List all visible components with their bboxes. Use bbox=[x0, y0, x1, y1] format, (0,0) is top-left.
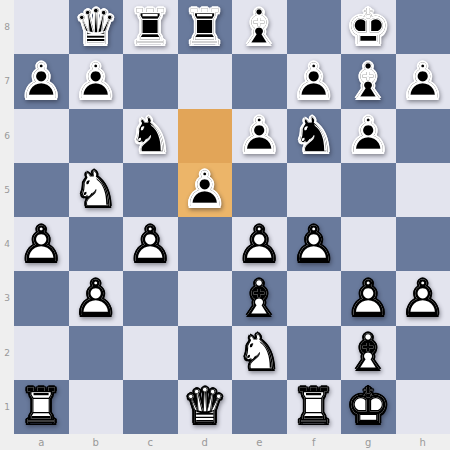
square-f3[interactable] bbox=[287, 271, 342, 325]
square-e5[interactable] bbox=[232, 163, 287, 217]
black-pawn-detail: ♙ bbox=[287, 54, 342, 108]
white-knight-glyph: ♞ bbox=[69, 163, 124, 217]
black-knight-glyph: ♞ bbox=[123, 109, 178, 163]
black-rook-glyph: ♜ bbox=[178, 0, 233, 54]
square-b4[interactable] bbox=[69, 217, 124, 271]
square-d2[interactable] bbox=[178, 326, 233, 380]
square-d1[interactable]: ♛♕ bbox=[178, 380, 233, 434]
white-pawn[interactable]: ♟♙ bbox=[14, 217, 69, 271]
square-c4[interactable]: ♟♙ bbox=[123, 217, 178, 271]
white-pawn[interactable]: ♟♙ bbox=[287, 217, 342, 271]
file-label-c: c bbox=[123, 434, 178, 450]
black-king-detail: ♔ bbox=[341, 0, 396, 54]
black-bishop[interactable]: ♝♗ bbox=[341, 54, 396, 108]
black-bishop-detail: ♗ bbox=[232, 0, 287, 54]
square-g4[interactable] bbox=[341, 217, 396, 271]
white-queen[interactable]: ♛♕ bbox=[178, 380, 233, 434]
square-a7[interactable]: ♟♙ bbox=[14, 54, 69, 108]
square-a6[interactable] bbox=[14, 109, 69, 163]
square-g8[interactable]: ♚♔ bbox=[341, 0, 396, 54]
black-rook-detail: ♖ bbox=[123, 0, 178, 54]
square-e4[interactable]: ♟♙ bbox=[232, 217, 287, 271]
white-pawn-glyph: ♟ bbox=[341, 271, 396, 325]
square-a2[interactable] bbox=[14, 326, 69, 380]
white-pawn-glyph: ♟ bbox=[232, 217, 287, 271]
square-f8[interactable] bbox=[287, 0, 342, 54]
white-rook-glyph: ♜ bbox=[287, 380, 342, 434]
black-pawn[interactable]: ♟♙ bbox=[287, 54, 342, 108]
square-b2[interactable] bbox=[69, 326, 124, 380]
square-h3[interactable]: ♟♙ bbox=[396, 271, 450, 325]
square-a1[interactable]: ♜♖ bbox=[14, 380, 69, 434]
black-bishop-glyph: ♝ bbox=[232, 0, 287, 54]
white-knight[interactable]: ♞♘ bbox=[69, 163, 124, 217]
white-pawn[interactable]: ♟♙ bbox=[232, 217, 287, 271]
black-rook[interactable]: ♜♖ bbox=[178, 0, 233, 54]
black-bishop-detail: ♗ bbox=[341, 54, 396, 108]
square-d7[interactable] bbox=[178, 54, 233, 108]
white-knight-glyph: ♞ bbox=[232, 326, 287, 380]
black-knight-glyph: ♞ bbox=[287, 109, 342, 163]
black-queen-detail: ♕ bbox=[69, 0, 124, 54]
rank-label-3: 3 bbox=[0, 271, 14, 325]
square-h5[interactable] bbox=[396, 163, 450, 217]
square-h8[interactable] bbox=[396, 0, 450, 54]
white-knight[interactable]: ♞♘ bbox=[232, 326, 287, 380]
black-queen[interactable]: ♛♕ bbox=[69, 0, 124, 54]
square-g5[interactable] bbox=[341, 163, 396, 217]
square-c5[interactable] bbox=[123, 163, 178, 217]
white-pawn-glyph: ♟ bbox=[14, 217, 69, 271]
file-label-d: d bbox=[178, 434, 233, 450]
square-b7[interactable]: ♟♙ bbox=[69, 54, 124, 108]
white-rook[interactable]: ♜♖ bbox=[287, 380, 342, 434]
square-b3[interactable]: ♟♙ bbox=[69, 271, 124, 325]
square-d5[interactable]: ♟♙ bbox=[178, 163, 233, 217]
black-pawn-detail: ♙ bbox=[232, 109, 287, 163]
square-c3[interactable] bbox=[123, 271, 178, 325]
black-pawn[interactable]: ♟♙ bbox=[341, 109, 396, 163]
black-rook[interactable]: ♜♖ bbox=[123, 0, 178, 54]
white-pawn-glyph: ♟ bbox=[123, 217, 178, 271]
square-a5[interactable] bbox=[14, 163, 69, 217]
square-f4[interactable]: ♟♙ bbox=[287, 217, 342, 271]
white-bishop-glyph: ♝ bbox=[341, 326, 396, 380]
square-g1[interactable]: ♚♔ bbox=[341, 380, 396, 434]
square-h7[interactable]: ♟♙ bbox=[396, 54, 450, 108]
black-pawn[interactable]: ♟♙ bbox=[396, 54, 450, 108]
square-a4[interactable]: ♟♙ bbox=[14, 217, 69, 271]
square-e6[interactable]: ♟♙ bbox=[232, 109, 287, 163]
square-e8[interactable]: ♝♗ bbox=[232, 0, 287, 54]
black-pawn-glyph: ♟ bbox=[178, 163, 233, 217]
white-king-detail: ♔ bbox=[341, 380, 396, 434]
white-queen-glyph: ♛ bbox=[178, 380, 233, 434]
black-pawn-glyph: ♟ bbox=[287, 54, 342, 108]
square-f7[interactable]: ♟♙ bbox=[287, 54, 342, 108]
file-label-f: f bbox=[287, 434, 342, 450]
square-b8[interactable]: ♛♕ bbox=[69, 0, 124, 54]
black-pawn-detail: ♙ bbox=[178, 163, 233, 217]
white-pawn-detail: ♙ bbox=[69, 271, 124, 325]
white-rook-glyph: ♜ bbox=[14, 380, 69, 434]
white-bishop[interactable]: ♝♗ bbox=[341, 326, 396, 380]
file-label-b: b bbox=[69, 434, 124, 450]
black-pawn[interactable]: ♟♙ bbox=[14, 54, 69, 108]
black-pawn-glyph: ♟ bbox=[232, 109, 287, 163]
white-bishop-detail: ♗ bbox=[341, 326, 396, 380]
file-labels: abcdefgh bbox=[14, 434, 450, 450]
white-pawn-detail: ♙ bbox=[14, 217, 69, 271]
rank-label-4: 4 bbox=[0, 217, 14, 271]
white-bishop-glyph: ♝ bbox=[232, 271, 287, 325]
black-pawn-glyph: ♟ bbox=[69, 54, 124, 108]
chess-board: ♛♕♜♖♜♖♝♗♚♔♟♙♟♙♟♙♝♗♟♙♞♘♟♙♞♘♟♙♞♘♟♙♟♙♟♙♟♙♟♙… bbox=[14, 0, 450, 434]
square-c7[interactable] bbox=[123, 54, 178, 108]
white-pawn-detail: ♙ bbox=[396, 271, 450, 325]
file-label-a: a bbox=[14, 434, 69, 450]
white-knight-detail: ♘ bbox=[232, 326, 287, 380]
square-a8[interactable] bbox=[14, 0, 69, 54]
square-h1[interactable] bbox=[396, 380, 450, 434]
white-king-glyph: ♚ bbox=[341, 380, 396, 434]
square-c2[interactable] bbox=[123, 326, 178, 380]
white-bishop-detail: ♗ bbox=[232, 271, 287, 325]
square-b6[interactable] bbox=[69, 109, 124, 163]
white-rook-detail: ♖ bbox=[14, 380, 69, 434]
white-pawn-glyph: ♟ bbox=[396, 271, 450, 325]
black-knight[interactable]: ♞♘ bbox=[123, 109, 178, 163]
square-e2[interactable]: ♞♘ bbox=[232, 326, 287, 380]
black-rook-glyph: ♜ bbox=[123, 0, 178, 54]
square-h4[interactable] bbox=[396, 217, 450, 271]
square-h6[interactable] bbox=[396, 109, 450, 163]
square-d8[interactable]: ♜♖ bbox=[178, 0, 233, 54]
square-e1[interactable] bbox=[232, 380, 287, 434]
white-pawn-detail: ♙ bbox=[123, 217, 178, 271]
black-pawn-glyph: ♟ bbox=[341, 109, 396, 163]
black-knight[interactable]: ♞♘ bbox=[287, 109, 342, 163]
white-king[interactable]: ♚♔ bbox=[341, 380, 396, 434]
square-c1[interactable] bbox=[123, 380, 178, 434]
square-g7[interactable]: ♝♗ bbox=[341, 54, 396, 108]
white-pawn[interactable]: ♟♙ bbox=[341, 271, 396, 325]
square-d6[interactable] bbox=[178, 109, 233, 163]
file-label-g: g bbox=[341, 434, 396, 450]
white-pawn[interactable]: ♟♙ bbox=[396, 271, 450, 325]
square-h2[interactable] bbox=[396, 326, 450, 380]
rank-label-6: 6 bbox=[0, 109, 14, 163]
rank-labels: 87654321 bbox=[0, 0, 14, 434]
black-pawn-glyph: ♟ bbox=[396, 54, 450, 108]
black-pawn-glyph: ♟ bbox=[14, 54, 69, 108]
square-e3[interactable]: ♝♗ bbox=[232, 271, 287, 325]
square-f5[interactable] bbox=[287, 163, 342, 217]
white-knight-detail: ♘ bbox=[69, 163, 124, 217]
square-d4[interactable] bbox=[178, 217, 233, 271]
black-pawn[interactable]: ♟♙ bbox=[69, 54, 124, 108]
white-pawn-detail: ♙ bbox=[232, 217, 287, 271]
square-d3[interactable] bbox=[178, 271, 233, 325]
square-g3[interactable]: ♟♙ bbox=[341, 271, 396, 325]
white-pawn-glyph: ♟ bbox=[69, 271, 124, 325]
square-b5[interactable]: ♞♘ bbox=[69, 163, 124, 217]
white-bishop[interactable]: ♝♗ bbox=[232, 271, 287, 325]
square-a3[interactable] bbox=[14, 271, 69, 325]
white-rook-detail: ♖ bbox=[287, 380, 342, 434]
black-king-glyph: ♚ bbox=[341, 0, 396, 54]
square-f2[interactable] bbox=[287, 326, 342, 380]
black-pawn[interactable]: ♟♙ bbox=[178, 163, 233, 217]
white-pawn[interactable]: ♟♙ bbox=[69, 271, 124, 325]
white-pawn-glyph: ♟ bbox=[287, 217, 342, 271]
rank-label-8: 8 bbox=[0, 0, 14, 54]
white-pawn-detail: ♙ bbox=[341, 271, 396, 325]
black-pawn[interactable]: ♟♙ bbox=[232, 109, 287, 163]
rank-label-7: 7 bbox=[0, 54, 14, 108]
square-c6[interactable]: ♞♘ bbox=[123, 109, 178, 163]
square-g2[interactable]: ♝♗ bbox=[341, 326, 396, 380]
rank-label-2: 2 bbox=[0, 326, 14, 380]
file-label-h: h bbox=[396, 434, 450, 450]
square-f1[interactable]: ♜♖ bbox=[287, 380, 342, 434]
black-bishop-glyph: ♝ bbox=[341, 54, 396, 108]
black-pawn-detail: ♙ bbox=[14, 54, 69, 108]
white-pawn[interactable]: ♟♙ bbox=[123, 217, 178, 271]
file-label-e: e bbox=[232, 434, 287, 450]
black-pawn-detail: ♙ bbox=[396, 54, 450, 108]
black-queen-glyph: ♛ bbox=[69, 0, 124, 54]
black-pawn-detail: ♙ bbox=[341, 109, 396, 163]
white-rook[interactable]: ♜♖ bbox=[14, 380, 69, 434]
black-knight-detail: ♘ bbox=[287, 109, 342, 163]
square-b1[interactable] bbox=[69, 380, 124, 434]
black-king[interactable]: ♚♔ bbox=[341, 0, 396, 54]
black-pawn-detail: ♙ bbox=[69, 54, 124, 108]
square-g6[interactable]: ♟♙ bbox=[341, 109, 396, 163]
white-pawn-detail: ♙ bbox=[287, 217, 342, 271]
rank-label-1: 1 bbox=[0, 380, 14, 434]
rank-label-5: 5 bbox=[0, 163, 14, 217]
chess-app: 87654321 ♛♕♜♖♜♖♝♗♚♔♟♙♟♙♟♙♝♗♟♙♞♘♟♙♞♘♟♙♞♘♟… bbox=[0, 0, 450, 450]
black-rook-detail: ♖ bbox=[178, 0, 233, 54]
square-f6[interactable]: ♞♘ bbox=[287, 109, 342, 163]
square-c8[interactable]: ♜♖ bbox=[123, 0, 178, 54]
white-queen-detail: ♕ bbox=[178, 380, 233, 434]
black-bishop[interactable]: ♝♗ bbox=[232, 0, 287, 54]
square-e7[interactable] bbox=[232, 54, 287, 108]
black-knight-detail: ♘ bbox=[123, 109, 178, 163]
